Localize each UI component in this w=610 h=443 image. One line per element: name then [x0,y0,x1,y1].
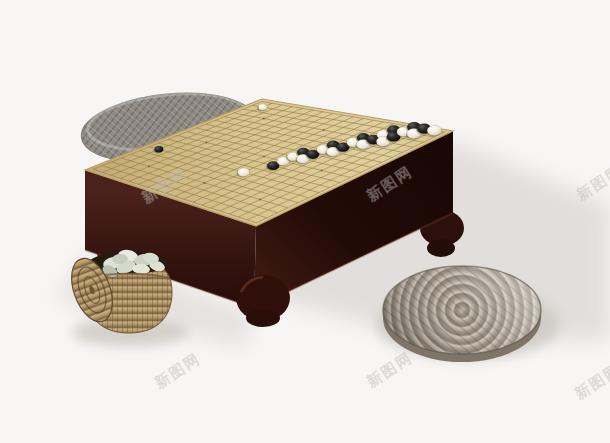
hoshi-point [323,129,325,131]
hoshi-point [263,118,265,120]
hoshi-point [259,199,261,201]
hoshi-point [148,165,150,167]
hoshi-point [321,170,323,172]
stone-white[interactable] [258,104,267,110]
hoshi-point [205,142,207,144]
stone-white[interactable] [427,125,441,135]
go-scene-svg [0,0,610,443]
stone-white[interactable] [238,168,250,177]
go-board-photo-scene: 新图网新图网新图网新图网新图网新图网 [0,0,610,443]
straw-rope-cushion [383,266,541,362]
hoshi-point [204,182,206,184]
stone-black[interactable] [155,146,164,152]
hoshi-point [263,156,265,158]
